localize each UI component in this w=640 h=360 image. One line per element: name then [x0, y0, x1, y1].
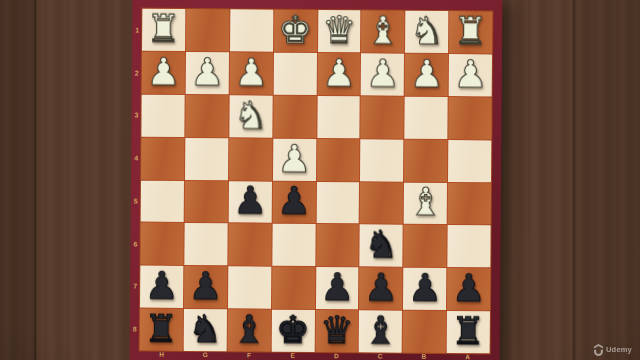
- black-queen: ♛: [320, 311, 354, 349]
- square-a8: ♜: [447, 311, 490, 353]
- square-g8: ♞: [184, 309, 227, 351]
- square-c2: ♟: [361, 53, 404, 95]
- square-f3: ♞: [229, 95, 272, 137]
- white-knight: ♞: [234, 96, 268, 134]
- rank-label-8: 8: [130, 308, 140, 351]
- file-labels: HGFEDCBA: [140, 351, 490, 360]
- black-rook: ♜: [144, 310, 178, 348]
- square-c3: [361, 96, 404, 138]
- square-f1: [230, 9, 273, 51]
- file-label-h: H: [140, 351, 184, 360]
- white-pawn: ♟: [322, 54, 356, 92]
- black-pawn: ♟: [233, 182, 267, 220]
- black-knight: ♞: [188, 310, 222, 348]
- file-label-c: C: [358, 352, 402, 360]
- file-label-f: F: [227, 351, 271, 360]
- white-pawn: ♟: [234, 53, 268, 91]
- square-a1: ♜: [449, 11, 492, 53]
- square-g4: [185, 138, 228, 180]
- file-label-g: G: [183, 351, 227, 360]
- square-e2: [273, 53, 316, 95]
- square-d2: ♟: [317, 53, 360, 95]
- square-f5: ♟: [228, 181, 271, 223]
- black-bishop: ♝: [363, 311, 397, 349]
- square-d4: [317, 139, 360, 181]
- square-h8: ♜: [140, 309, 183, 351]
- black-pawn: ♟: [408, 269, 442, 307]
- black-rook: ♜: [451, 312, 485, 350]
- square-c6: ♞: [360, 225, 403, 267]
- square-b1: ♞: [405, 11, 448, 53]
- white-queen: ♛: [322, 11, 356, 49]
- black-pawn: ♟: [452, 269, 486, 307]
- square-h6: [140, 223, 183, 265]
- square-f4: [229, 138, 272, 180]
- file-label-e: E: [271, 352, 315, 360]
- square-e8: ♚: [271, 310, 314, 352]
- file-label-a: A: [446, 353, 490, 360]
- white-bishop: ♝: [366, 11, 400, 49]
- square-d1: ♛: [318, 10, 361, 52]
- square-b2: ♟: [405, 54, 448, 96]
- black-knight: ♞: [364, 226, 398, 264]
- square-b7: ♟: [403, 268, 446, 310]
- black-bishop: ♝: [232, 310, 266, 348]
- file-label-d: D: [315, 352, 359, 360]
- square-f2: ♟: [229, 52, 272, 94]
- square-h2: ♟: [142, 52, 185, 94]
- file-label-b: B: [402, 353, 446, 360]
- square-h5: [141, 180, 184, 222]
- udemy-watermark: Udemy: [594, 344, 632, 355]
- square-h7: ♟: [140, 266, 183, 308]
- white-bishop: ♝: [408, 183, 442, 221]
- black-king: ♚: [276, 311, 310, 349]
- white-pawn: ♟: [190, 53, 224, 91]
- square-h4: [141, 137, 184, 179]
- square-f7: [228, 267, 271, 309]
- square-g3: [185, 95, 228, 137]
- square-g1: [186, 9, 229, 51]
- square-e1: ♚: [274, 10, 317, 52]
- square-a4: [448, 140, 491, 182]
- video-frame: 12345678 ♜♚♛♝♞♜♟♟♟♟♟♟♟♞♟♟♟♝♞♟♟♟♟♟♟♜♞♝♚♛♝…: [0, 0, 640, 360]
- udemy-watermark-label: Udemy: [606, 345, 632, 354]
- rank-label-1: 1: [132, 9, 142, 52]
- black-pawn: ♟: [320, 268, 354, 306]
- square-b8: [403, 311, 446, 353]
- white-knight: ♞: [410, 12, 444, 50]
- white-pawn: ♟: [277, 139, 311, 177]
- chess-board-frame: 12345678 ♜♚♛♝♞♜♟♟♟♟♟♟♟♞♟♟♟♝♞♟♟♟♟♟♟♜♞♝♚♛♝…: [130, 0, 503, 360]
- square-a5: [448, 183, 491, 225]
- square-a6: [447, 225, 490, 267]
- square-c8: ♝: [359, 310, 402, 352]
- square-c4: [360, 139, 403, 181]
- white-rook: ♜: [454, 12, 488, 50]
- square-a3: [448, 97, 491, 139]
- white-pawn: ♟: [365, 54, 399, 92]
- white-pawn: ♟: [146, 52, 180, 90]
- black-pawn: ♟: [277, 182, 311, 220]
- square-b3: [405, 96, 448, 138]
- square-h1: ♜: [142, 9, 185, 51]
- square-a7: ♟: [447, 268, 490, 310]
- rank-label-6: 6: [130, 222, 140, 265]
- square-d6: [316, 224, 359, 266]
- square-c5: [360, 182, 403, 224]
- white-pawn: ♟: [453, 55, 487, 93]
- white-rook: ♜: [146, 10, 180, 48]
- udemy-logo-icon: [594, 344, 603, 356]
- square-c1: ♝: [361, 10, 404, 52]
- square-b4: [404, 139, 447, 181]
- square-c7: ♟: [359, 268, 402, 310]
- square-g5: [185, 180, 228, 222]
- rank-label-7: 7: [130, 265, 140, 308]
- white-pawn: ♟: [409, 55, 443, 93]
- black-pawn: ♟: [364, 269, 398, 307]
- square-e6: [272, 224, 315, 266]
- square-g6: [184, 223, 227, 265]
- square-d5: [316, 182, 359, 224]
- square-f8: ♝: [227, 309, 270, 351]
- square-b6: [404, 225, 447, 267]
- square-d3: [317, 96, 360, 138]
- chess-board: ♜♚♛♝♞♜♟♟♟♟♟♟♟♞♟♟♟♝♞♟♟♟♟♟♟♜♞♝♚♛♝♜: [140, 9, 493, 354]
- square-d7: ♟: [315, 267, 358, 309]
- square-g7: ♟: [184, 266, 227, 308]
- square-e5: ♟: [272, 181, 315, 223]
- rank-label-4: 4: [131, 137, 141, 180]
- black-pawn: ♟: [144, 267, 178, 305]
- square-e4: ♟: [273, 138, 316, 180]
- square-e7: [272, 267, 315, 309]
- square-a2: ♟: [449, 54, 492, 96]
- rank-label-5: 5: [131, 180, 141, 223]
- square-e3: [273, 95, 316, 137]
- square-g2: ♟: [186, 52, 229, 94]
- rank-label-2: 2: [132, 51, 142, 94]
- square-h3: [141, 94, 184, 136]
- black-pawn: ♟: [188, 267, 222, 305]
- white-king: ♚: [278, 11, 312, 49]
- rank-label-3: 3: [131, 94, 141, 137]
- square-b5: ♝: [404, 182, 447, 224]
- square-f6: [228, 224, 271, 266]
- square-d8: ♛: [315, 310, 358, 352]
